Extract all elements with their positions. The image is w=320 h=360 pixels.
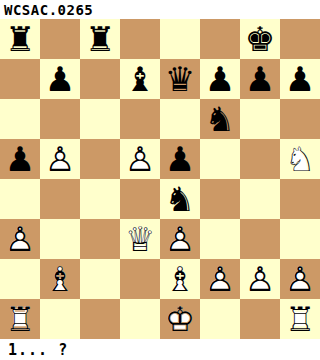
square-d5-white-pawn[interactable]: ♟♙ (120, 139, 160, 179)
square-c7[interactable] (80, 59, 120, 99)
black-pawn-icon: ♟ (200, 59, 240, 99)
square-c8-black-rook[interactable]: ♜ (80, 19, 120, 59)
black-knight-icon: ♞ (160, 179, 200, 219)
black-rook-icon: ♜ (80, 19, 120, 59)
square-h4[interactable] (280, 179, 320, 219)
square-d4[interactable] (120, 179, 160, 219)
square-b5-white-pawn[interactable]: ♟♙ (40, 139, 80, 179)
square-d7-black-bishop[interactable]: ♝ (120, 59, 160, 99)
white-rook-icon: ♖ (0, 299, 40, 339)
white-king-fill: ♚ (160, 299, 200, 339)
square-h5-white-knight[interactable]: ♞♘ (280, 139, 320, 179)
black-queen-icon: ♛ (160, 59, 200, 99)
black-pawn-icon: ♟ (280, 59, 320, 99)
square-d6[interactable] (120, 99, 160, 139)
square-h3[interactable] (280, 219, 320, 259)
square-g5[interactable] (240, 139, 280, 179)
square-a4[interactable] (0, 179, 40, 219)
puzzle-title: WCSAC.0265 (0, 0, 320, 19)
square-c2[interactable] (80, 259, 120, 299)
square-g8-black-king[interactable]: ♚ (240, 19, 280, 59)
square-c6[interactable] (80, 99, 120, 139)
square-g2-white-pawn[interactable]: ♟♙ (240, 259, 280, 299)
white-bishop-fill: ♝ (160, 259, 200, 299)
square-b4[interactable] (40, 179, 80, 219)
square-b1[interactable] (40, 299, 80, 339)
square-a7[interactable] (0, 59, 40, 99)
black-pawn-icon: ♟ (240, 59, 280, 99)
square-f8[interactable] (200, 19, 240, 59)
square-b2-white-bishop[interactable]: ♝♗ (40, 259, 80, 299)
square-f6-black-knight[interactable]: ♞ (200, 99, 240, 139)
white-rook-icon: ♖ (280, 299, 320, 339)
square-g4[interactable] (240, 179, 280, 219)
square-c1[interactable] (80, 299, 120, 339)
black-bishop-icon: ♝ (120, 59, 160, 99)
square-g6[interactable] (240, 99, 280, 139)
white-pawn-icon: ♙ (120, 139, 160, 179)
white-bishop-icon: ♗ (40, 259, 80, 299)
square-h2-white-pawn[interactable]: ♟♙ (280, 259, 320, 299)
white-pawn-fill: ♟ (280, 259, 320, 299)
square-e1-white-king[interactable]: ♚♔ (160, 299, 200, 339)
square-f5[interactable] (200, 139, 240, 179)
square-e7-black-queen[interactable]: ♛ (160, 59, 200, 99)
white-knight-icon: ♘ (280, 139, 320, 179)
black-pawn-icon: ♟ (160, 139, 200, 179)
white-pawn-fill: ♟ (160, 219, 200, 259)
square-e2-white-bishop[interactable]: ♝♗ (160, 259, 200, 299)
white-bishop-fill: ♝ (40, 259, 80, 299)
square-g1[interactable] (240, 299, 280, 339)
square-e8[interactable] (160, 19, 200, 59)
white-queen-fill: ♛ (120, 219, 160, 259)
square-b3[interactable] (40, 219, 80, 259)
black-pawn-icon: ♟ (40, 59, 80, 99)
square-f4[interactable] (200, 179, 240, 219)
white-knight-fill: ♞ (280, 139, 320, 179)
square-d2[interactable] (120, 259, 160, 299)
square-c4[interactable] (80, 179, 120, 219)
square-e5-black-pawn[interactable]: ♟ (160, 139, 200, 179)
square-e4-black-knight[interactable]: ♞ (160, 179, 200, 219)
square-d1[interactable] (120, 299, 160, 339)
square-a5-black-pawn[interactable]: ♟ (0, 139, 40, 179)
square-a6[interactable] (0, 99, 40, 139)
white-pawn-fill: ♟ (40, 139, 80, 179)
white-bishop-icon: ♗ (160, 259, 200, 299)
square-f3[interactable] (200, 219, 240, 259)
white-rook-fill: ♜ (280, 299, 320, 339)
white-pawn-icon: ♙ (160, 219, 200, 259)
black-king-icon: ♚ (240, 19, 280, 59)
square-e6[interactable] (160, 99, 200, 139)
square-f2-white-pawn[interactable]: ♟♙ (200, 259, 240, 299)
square-a1-white-rook[interactable]: ♜♖ (0, 299, 40, 339)
square-b6[interactable] (40, 99, 80, 139)
white-rook-fill: ♜ (0, 299, 40, 339)
white-king-icon: ♔ (160, 299, 200, 339)
white-pawn-icon: ♙ (280, 259, 320, 299)
chess-puzzle-window: WCSAC.0265 ♜♜♚♟♝♛♟♟♟♞♟♟♙♟♙♟♞♘♞♟♙♛♕♟♙♝♗♝♗… (0, 0, 320, 360)
white-pawn-fill: ♟ (240, 259, 280, 299)
square-a8-black-rook[interactable]: ♜ (0, 19, 40, 59)
chess-board: ♜♜♚♟♝♛♟♟♟♞♟♟♙♟♙♟♞♘♞♟♙♛♕♟♙♝♗♝♗♟♙♟♙♟♙♜♖♚♔♜… (0, 19, 320, 339)
square-b7-black-pawn[interactable]: ♟ (40, 59, 80, 99)
black-rook-icon: ♜ (0, 19, 40, 59)
white-pawn-icon: ♙ (40, 139, 80, 179)
white-queen-icon: ♕ (120, 219, 160, 259)
white-pawn-icon: ♙ (240, 259, 280, 299)
white-pawn-fill: ♟ (0, 219, 40, 259)
square-f7-black-pawn[interactable]: ♟ (200, 59, 240, 99)
white-pawn-icon: ♙ (0, 219, 40, 259)
square-b8[interactable] (40, 19, 80, 59)
square-c3[interactable] (80, 219, 120, 259)
square-f1[interactable] (200, 299, 240, 339)
white-pawn-icon: ♙ (200, 259, 240, 299)
square-e3-white-pawn[interactable]: ♟♙ (160, 219, 200, 259)
square-d3-white-queen[interactable]: ♛♕ (120, 219, 160, 259)
black-pawn-icon: ♟ (0, 139, 40, 179)
black-knight-icon: ♞ (200, 99, 240, 139)
square-g7-black-pawn[interactable]: ♟ (240, 59, 280, 99)
square-g3[interactable] (240, 219, 280, 259)
square-h6[interactable] (280, 99, 320, 139)
white-pawn-fill: ♟ (200, 259, 240, 299)
square-h8[interactable] (280, 19, 320, 59)
square-a3-white-pawn[interactable]: ♟♙ (0, 219, 40, 259)
square-h1-white-rook[interactable]: ♜♖ (280, 299, 320, 339)
square-h7-black-pawn[interactable]: ♟ (280, 59, 320, 99)
white-pawn-fill: ♟ (120, 139, 160, 179)
move-prompt: 1... ? (0, 339, 320, 360)
square-d8[interactable] (120, 19, 160, 59)
square-a2[interactable] (0, 259, 40, 299)
square-c5[interactable] (80, 139, 120, 179)
